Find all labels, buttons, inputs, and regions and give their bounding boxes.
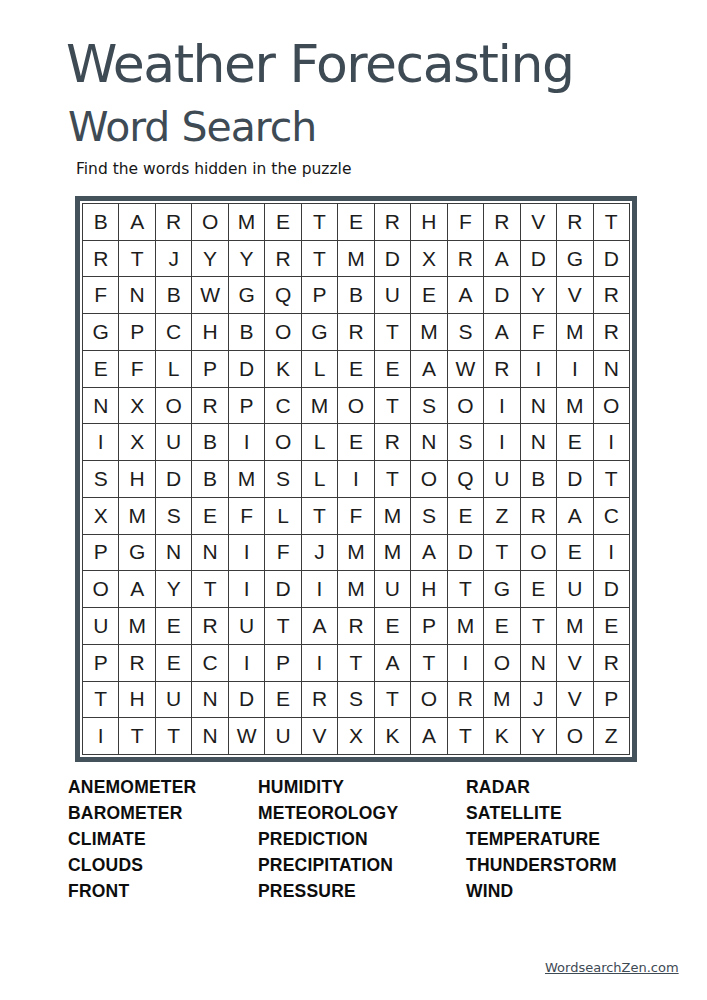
grid-cell-r3c3: B bbox=[156, 277, 191, 313]
grid-cell-r3c12: D bbox=[484, 277, 519, 313]
grid-cell-r5c3: L bbox=[156, 351, 191, 387]
grid-cell-r6c13: N bbox=[521, 388, 556, 424]
grid-cell-r12c14: M bbox=[557, 608, 592, 644]
grid-cell-r2c6: R bbox=[265, 241, 300, 277]
grid-cell-r14c14: V bbox=[557, 682, 592, 718]
grid-cell-r13c3: E bbox=[156, 645, 191, 681]
word-list-item: CLOUDS bbox=[68, 852, 196, 878]
grid-cell-r5c1: E bbox=[83, 351, 118, 387]
grid-cell-r15c10: A bbox=[411, 718, 446, 754]
grid-cell-r15c6: U bbox=[265, 718, 300, 754]
grid-cell-r6c10: S bbox=[411, 388, 446, 424]
grid-cell-r6c1: N bbox=[83, 388, 118, 424]
grid-cell-r10c7: J bbox=[302, 535, 337, 571]
grid-cell-r7c9: R bbox=[375, 424, 410, 460]
grid-cell-r1c2: A bbox=[119, 204, 154, 240]
grid-cell-r14c7: R bbox=[302, 682, 337, 718]
grid-cell-r5c6: K bbox=[265, 351, 300, 387]
grid-cell-r1c8: E bbox=[338, 204, 373, 240]
grid-cell-r4c5: B bbox=[229, 314, 264, 350]
grid-cell-r9c14: A bbox=[557, 498, 592, 534]
grid-cell-r8c5: M bbox=[229, 461, 264, 497]
grid-cell-r12c1: U bbox=[83, 608, 118, 644]
grid-cell-r4c9: T bbox=[375, 314, 410, 350]
grid-cell-r3c11: A bbox=[448, 277, 483, 313]
grid-cell-r1c6: E bbox=[265, 204, 300, 240]
grid-cell-r13c8: T bbox=[338, 645, 373, 681]
grid-cell-r3c9: U bbox=[375, 277, 410, 313]
grid-cell-r7c12: I bbox=[484, 424, 519, 460]
grid-cell-r15c15: Z bbox=[594, 718, 629, 754]
grid-cell-r9c10: S bbox=[411, 498, 446, 534]
grid-cell-r3c10: E bbox=[411, 277, 446, 313]
grid-cell-r5c13: I bbox=[521, 351, 556, 387]
grid-cell-r6c3: O bbox=[156, 388, 191, 424]
grid-cell-r9c12: Z bbox=[484, 498, 519, 534]
grid-cell-r8c2: H bbox=[119, 461, 154, 497]
word-list-item: PRECIPITATION bbox=[258, 852, 398, 878]
grid-cell-r7c3: U bbox=[156, 424, 191, 460]
grid-cell-r11c3: Y bbox=[156, 571, 191, 607]
grid-cell-r6c5: P bbox=[229, 388, 264, 424]
grid-cell-r11c7: I bbox=[302, 571, 337, 607]
word-list-item: THUNDERSTORM bbox=[466, 852, 617, 878]
grid-cell-r14c15: P bbox=[594, 682, 629, 718]
grid-cell-r2c7: T bbox=[302, 241, 337, 277]
grid-cell-r13c5: I bbox=[229, 645, 264, 681]
grid-cell-r12c4: R bbox=[192, 608, 227, 644]
grid-cell-r10c4: N bbox=[192, 535, 227, 571]
grid-cell-r9c9: M bbox=[375, 498, 410, 534]
grid-cell-r11c11: T bbox=[448, 571, 483, 607]
grid-cell-r2c3: J bbox=[156, 241, 191, 277]
grid-cell-r10c14: E bbox=[557, 535, 592, 571]
grid-cell-r6c12: I bbox=[484, 388, 519, 424]
grid-cell-r7c7: L bbox=[302, 424, 337, 460]
grid-cell-r8c8: I bbox=[338, 461, 373, 497]
grid-cell-r12c6: T bbox=[265, 608, 300, 644]
grid-cell-r8c15: T bbox=[594, 461, 629, 497]
word-list-item: WIND bbox=[466, 878, 617, 904]
grid-cell-r12c2: M bbox=[119, 608, 154, 644]
puzzle-title-line1: Weather Forecasting bbox=[66, 34, 573, 94]
grid-cell-r11c5: I bbox=[229, 571, 264, 607]
grid-cell-r14c2: H bbox=[119, 682, 154, 718]
grid-cell-r13c1: P bbox=[83, 645, 118, 681]
grid-cell-r4c8: R bbox=[338, 314, 373, 350]
grid-cell-r1c4: O bbox=[192, 204, 227, 240]
grid-cell-r4c4: H bbox=[192, 314, 227, 350]
word-list-column: HUMIDITYMETEOROLOGYPREDICTIONPRECIPITATI… bbox=[258, 774, 398, 904]
grid-cell-r2c14: G bbox=[557, 241, 592, 277]
grid-cell-r10c12: T bbox=[484, 535, 519, 571]
grid-cell-r1c12: R bbox=[484, 204, 519, 240]
grid-cell-r8c1: S bbox=[83, 461, 118, 497]
grid-cell-r4c2: P bbox=[119, 314, 154, 350]
grid-cell-r9c11: E bbox=[448, 498, 483, 534]
grid-cell-r2c2: T bbox=[119, 241, 154, 277]
grid-cell-r11c6: D bbox=[265, 571, 300, 607]
grid-cell-r8c9: T bbox=[375, 461, 410, 497]
grid-cell-r2c13: D bbox=[521, 241, 556, 277]
grid-cell-r8c4: B bbox=[192, 461, 227, 497]
grid-cell-r3c14: V bbox=[557, 277, 592, 313]
grid-cell-r5c11: W bbox=[448, 351, 483, 387]
grid-cell-r8c6: S bbox=[265, 461, 300, 497]
grid-cell-r5c5: D bbox=[229, 351, 264, 387]
grid-cell-r12c5: U bbox=[229, 608, 264, 644]
grid-cell-r10c5: I bbox=[229, 535, 264, 571]
grid-cell-r15c1: I bbox=[83, 718, 118, 754]
word-list-item: ANEMOMETER bbox=[68, 774, 196, 800]
grid-cell-r7c2: X bbox=[119, 424, 154, 460]
grid-cell-r13c6: P bbox=[265, 645, 300, 681]
grid-cell-r9c13: R bbox=[521, 498, 556, 534]
grid-cell-r15c9: K bbox=[375, 718, 410, 754]
grid-cell-r7c5: I bbox=[229, 424, 264, 460]
grid-cell-r3c15: R bbox=[594, 277, 629, 313]
grid-cell-r11c9: U bbox=[375, 571, 410, 607]
grid-cell-r2c8: M bbox=[338, 241, 373, 277]
grid-cell-r10c3: N bbox=[156, 535, 191, 571]
grid-cell-r15c3: T bbox=[156, 718, 191, 754]
grid-cell-r10c1: P bbox=[83, 535, 118, 571]
grid-cell-r13c9: A bbox=[375, 645, 410, 681]
grid-cell-r12c9: E bbox=[375, 608, 410, 644]
word-list-item: SATELLITE bbox=[466, 800, 617, 826]
grid-cell-r15c8: X bbox=[338, 718, 373, 754]
grid-cell-r11c12: G bbox=[484, 571, 519, 607]
grid-cell-r3c6: Q bbox=[265, 277, 300, 313]
grid-cell-r2c4: Y bbox=[192, 241, 227, 277]
grid-cell-r15c13: Y bbox=[521, 718, 556, 754]
grid-cell-r4c6: O bbox=[265, 314, 300, 350]
grid-cell-r9c2: M bbox=[119, 498, 154, 534]
grid-cell-r12c11: M bbox=[448, 608, 483, 644]
grid-cell-r8c12: U bbox=[484, 461, 519, 497]
grid-cell-r7c15: I bbox=[594, 424, 629, 460]
grid-cell-r7c11: S bbox=[448, 424, 483, 460]
grid-cell-r7c10: N bbox=[411, 424, 446, 460]
grid-cell-r5c12: R bbox=[484, 351, 519, 387]
grid-cell-r8c13: B bbox=[521, 461, 556, 497]
grid-cell-r14c11: R bbox=[448, 682, 483, 718]
grid-cell-r1c5: M bbox=[229, 204, 264, 240]
grid-cell-r10c13: O bbox=[521, 535, 556, 571]
grid-cell-r9c8: F bbox=[338, 498, 373, 534]
grid-cell-r8c7: L bbox=[302, 461, 337, 497]
grid-cell-r2c12: A bbox=[484, 241, 519, 277]
grid-cell-r13c13: N bbox=[521, 645, 556, 681]
grid-cell-r9c15: C bbox=[594, 498, 629, 534]
grid-cell-r5c14: I bbox=[557, 351, 592, 387]
grid-cell-r11c8: M bbox=[338, 571, 373, 607]
grid-cell-r14c1: T bbox=[83, 682, 118, 718]
grid-cell-r11c2: A bbox=[119, 571, 154, 607]
grid-cell-r6c6: C bbox=[265, 388, 300, 424]
grid-cell-r5c7: L bbox=[302, 351, 337, 387]
grid-cell-r12c7: A bbox=[302, 608, 337, 644]
grid-cell-r2c1: R bbox=[83, 241, 118, 277]
grid-cell-r1c13: V bbox=[521, 204, 556, 240]
grid-cell-r8c11: Q bbox=[448, 461, 483, 497]
grid-cell-r6c15: O bbox=[594, 388, 629, 424]
grid-cell-r6c7: M bbox=[302, 388, 337, 424]
grid-cell-r3c2: N bbox=[119, 277, 154, 313]
grid-cell-r12c15: E bbox=[594, 608, 629, 644]
grid-cell-r6c4: R bbox=[192, 388, 227, 424]
grid-cell-r7c8: E bbox=[338, 424, 373, 460]
grid-cell-r7c14: E bbox=[557, 424, 592, 460]
grid-cell-r5c9: E bbox=[375, 351, 410, 387]
grid-cell-r15c12: K bbox=[484, 718, 519, 754]
grid-cell-r13c15: R bbox=[594, 645, 629, 681]
grid-cell-r9c1: X bbox=[83, 498, 118, 534]
grid-cell-r11c4: T bbox=[192, 571, 227, 607]
grid-cell-r1c15: T bbox=[594, 204, 629, 240]
grid-cell-r6c8: O bbox=[338, 388, 373, 424]
grid-cell-r12c12: E bbox=[484, 608, 519, 644]
grid-cell-r1c10: H bbox=[411, 204, 446, 240]
grid-cell-r3c4: W bbox=[192, 277, 227, 313]
grid-cell-r10c15: I bbox=[594, 535, 629, 571]
puzzle-title-line2: Word Search bbox=[68, 103, 316, 151]
word-list-item: CLIMATE bbox=[68, 826, 196, 852]
grid-cell-r5c8: E bbox=[338, 351, 373, 387]
grid-cell-r3c1: F bbox=[83, 277, 118, 313]
grid-cell-r14c3: U bbox=[156, 682, 191, 718]
grid-cell-r5c4: P bbox=[192, 351, 227, 387]
grid-cell-r9c7: T bbox=[302, 498, 337, 534]
grid-cell-r15c7: V bbox=[302, 718, 337, 754]
grid-cell-r4c3: C bbox=[156, 314, 191, 350]
grid-cell-r15c2: T bbox=[119, 718, 154, 754]
grid-cell-r3c7: P bbox=[302, 277, 337, 313]
grid-cell-r5c10: A bbox=[411, 351, 446, 387]
grid-cell-r3c5: G bbox=[229, 277, 264, 313]
grid-cell-r13c10: T bbox=[411, 645, 446, 681]
grid-cell-r2c15: D bbox=[594, 241, 629, 277]
grid-cell-r13c4: C bbox=[192, 645, 227, 681]
grid-cell-r14c8: S bbox=[338, 682, 373, 718]
grid-cell-r4c12: A bbox=[484, 314, 519, 350]
grid-cell-r2c5: Y bbox=[229, 241, 264, 277]
grid-cell-r14c12: M bbox=[484, 682, 519, 718]
grid-cell-r10c10: A bbox=[411, 535, 446, 571]
grid-cell-r10c9: M bbox=[375, 535, 410, 571]
grid-cell-r15c4: N bbox=[192, 718, 227, 754]
word-search-grid-frame: BAROMETERHFRVRTRTJYYRTMDXRADGDFNBWGQPBUE… bbox=[75, 196, 637, 762]
word-list-item: BAROMETER bbox=[68, 800, 196, 826]
word-list-item: HUMIDITY bbox=[258, 774, 398, 800]
grid-cell-r11c15: D bbox=[594, 571, 629, 607]
grid-cell-r14c5: D bbox=[229, 682, 264, 718]
grid-cell-r7c4: B bbox=[192, 424, 227, 460]
word-list-column: RADARSATELLITETEMPERATURETHUNDERSTORMWIN… bbox=[466, 774, 617, 904]
grid-cell-r4c15: R bbox=[594, 314, 629, 350]
grid-cell-r9c4: E bbox=[192, 498, 227, 534]
grid-cell-r15c5: W bbox=[229, 718, 264, 754]
grid-cell-r8c10: O bbox=[411, 461, 446, 497]
grid-cell-r4c14: M bbox=[557, 314, 592, 350]
grid-cell-r11c10: H bbox=[411, 571, 446, 607]
grid-cell-r11c1: O bbox=[83, 571, 118, 607]
grid-cell-r3c8: B bbox=[338, 277, 373, 313]
word-list-item: TEMPERATURE bbox=[466, 826, 617, 852]
grid-cell-r4c13: F bbox=[521, 314, 556, 350]
grid-cell-r3c13: Y bbox=[521, 277, 556, 313]
grid-cell-r13c2: R bbox=[119, 645, 154, 681]
grid-cell-r1c3: R bbox=[156, 204, 191, 240]
grid-cell-r1c14: R bbox=[557, 204, 592, 240]
grid-cell-r13c7: I bbox=[302, 645, 337, 681]
grid-cell-r12c8: R bbox=[338, 608, 373, 644]
grid-cell-r14c9: T bbox=[375, 682, 410, 718]
grid-cell-r2c11: R bbox=[448, 241, 483, 277]
grid-cell-r8c3: D bbox=[156, 461, 191, 497]
grid-cell-r4c7: G bbox=[302, 314, 337, 350]
grid-cell-r13c14: V bbox=[557, 645, 592, 681]
grid-cell-r8c14: D bbox=[557, 461, 592, 497]
grid-cell-r1c11: F bbox=[448, 204, 483, 240]
grid-cell-r4c10: M bbox=[411, 314, 446, 350]
grid-cell-r15c14: O bbox=[557, 718, 592, 754]
word-list-item: RADAR bbox=[466, 774, 617, 800]
word-list-item: PREDICTION bbox=[258, 826, 398, 852]
grid-cell-r5c2: F bbox=[119, 351, 154, 387]
word-search-grid: BAROMETERHFRVRTRTJYYRTMDXRADGDFNBWGQPBUE… bbox=[82, 203, 630, 755]
word-list-item: FRONT bbox=[68, 878, 196, 904]
grid-cell-r12c13: T bbox=[521, 608, 556, 644]
grid-cell-r11c14: U bbox=[557, 571, 592, 607]
grid-cell-r4c1: G bbox=[83, 314, 118, 350]
grid-cell-r15c11: T bbox=[448, 718, 483, 754]
grid-cell-r10c2: G bbox=[119, 535, 154, 571]
grid-cell-r10c11: D bbox=[448, 535, 483, 571]
grid-cell-r9c6: L bbox=[265, 498, 300, 534]
grid-cell-r12c3: E bbox=[156, 608, 191, 644]
grid-cell-r7c1: I bbox=[83, 424, 118, 460]
grid-cell-r14c13: J bbox=[521, 682, 556, 718]
word-list-item: METEOROLOGY bbox=[258, 800, 398, 826]
grid-cell-r4c11: S bbox=[448, 314, 483, 350]
grid-cell-r13c11: I bbox=[448, 645, 483, 681]
grid-cell-r6c2: X bbox=[119, 388, 154, 424]
grid-cell-r2c10: X bbox=[411, 241, 446, 277]
grid-cell-r5c15: N bbox=[594, 351, 629, 387]
grid-cell-r7c6: O bbox=[265, 424, 300, 460]
grid-cell-r14c4: N bbox=[192, 682, 227, 718]
grid-cell-r10c8: M bbox=[338, 535, 373, 571]
grid-cell-r11c13: E bbox=[521, 571, 556, 607]
footer-site-link[interactable]: WordsearchZen.com bbox=[545, 960, 679, 975]
grid-cell-r7c13: N bbox=[521, 424, 556, 460]
grid-cell-r13c12: O bbox=[484, 645, 519, 681]
grid-cell-r1c7: T bbox=[302, 204, 337, 240]
grid-cell-r14c10: O bbox=[411, 682, 446, 718]
grid-cell-r9c5: F bbox=[229, 498, 264, 534]
grid-cell-r14c6: E bbox=[265, 682, 300, 718]
grid-cell-r1c9: R bbox=[375, 204, 410, 240]
grid-cell-r2c9: D bbox=[375, 241, 410, 277]
grid-cell-r1c1: B bbox=[83, 204, 118, 240]
grid-cell-r10c6: F bbox=[265, 535, 300, 571]
word-list-item: PRESSURE bbox=[258, 878, 398, 904]
grid-cell-r12c10: P bbox=[411, 608, 446, 644]
grid-cell-r6c9: T bbox=[375, 388, 410, 424]
word-list-column: ANEMOMETERBAROMETERCLIMATECLOUDSFRONT bbox=[68, 774, 196, 904]
grid-cell-r6c11: O bbox=[448, 388, 483, 424]
grid-cell-r6c14: M bbox=[557, 388, 592, 424]
grid-cell-r9c3: S bbox=[156, 498, 191, 534]
puzzle-subtitle: Find the words hidden in the puzzle bbox=[76, 160, 351, 178]
